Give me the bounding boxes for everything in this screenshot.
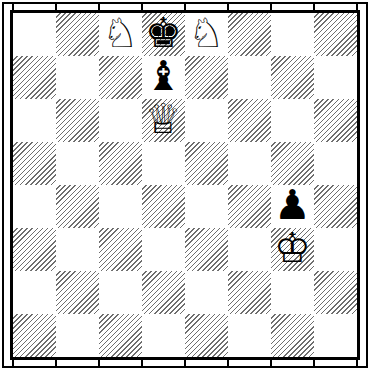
square-f5[interactable] xyxy=(228,142,271,185)
square-f4[interactable] xyxy=(228,185,271,228)
square-a6[interactable] xyxy=(13,99,56,142)
frame-tick xyxy=(313,4,315,10)
piece-white-queen: ♕ xyxy=(145,99,182,141)
frame-tick xyxy=(356,360,358,366)
piece-black-king: ♚ xyxy=(145,13,182,55)
frame-tick xyxy=(270,360,272,366)
frame-tick xyxy=(98,4,100,10)
square-g3[interactable]: ♔ xyxy=(271,228,314,271)
frame-tick xyxy=(356,4,358,10)
square-e6[interactable] xyxy=(185,99,228,142)
frame-tick xyxy=(227,4,229,10)
square-e7[interactable] xyxy=(185,56,228,99)
square-g5[interactable] xyxy=(271,142,314,185)
piece-white-knight: ♘ xyxy=(102,13,139,55)
square-a4[interactable] xyxy=(13,185,56,228)
diagram-page: ♘♚♘♝♕♟♔ xyxy=(0,0,370,370)
square-c6[interactable] xyxy=(99,99,142,142)
square-f2[interactable] xyxy=(228,271,271,314)
square-h4[interactable] xyxy=(314,185,357,228)
square-h6[interactable] xyxy=(314,99,357,142)
frame-tick xyxy=(98,360,100,366)
piece-black-pawn: ♟ xyxy=(274,185,311,227)
square-h5[interactable] xyxy=(314,142,357,185)
square-b2[interactable] xyxy=(56,271,99,314)
chessboard: ♘♚♘♝♕♟♔ xyxy=(13,13,357,357)
frame-tick xyxy=(12,4,14,10)
frame-tick xyxy=(141,360,143,366)
frame-tick xyxy=(227,360,229,366)
square-a2[interactable] xyxy=(13,271,56,314)
square-g1[interactable] xyxy=(271,314,314,357)
square-c8[interactable]: ♘ xyxy=(99,13,142,56)
square-c5[interactable] xyxy=(99,142,142,185)
square-h7[interactable] xyxy=(314,56,357,99)
square-d7[interactable]: ♝ xyxy=(142,56,185,99)
square-b8[interactable] xyxy=(56,13,99,56)
square-g7[interactable] xyxy=(271,56,314,99)
square-d6[interactable]: ♕ xyxy=(142,99,185,142)
piece-white-king: ♔ xyxy=(274,228,311,270)
square-g2[interactable] xyxy=(271,271,314,314)
square-d3[interactable] xyxy=(142,228,185,271)
piece-white-knight: ♘ xyxy=(188,13,225,55)
square-d5[interactable] xyxy=(142,142,185,185)
square-c7[interactable] xyxy=(99,56,142,99)
square-e5[interactable] xyxy=(185,142,228,185)
square-d2[interactable] xyxy=(142,271,185,314)
square-g4[interactable]: ♟ xyxy=(271,185,314,228)
frame-tick xyxy=(141,4,143,10)
square-f8[interactable] xyxy=(228,13,271,56)
frame-tick xyxy=(55,360,57,366)
square-a1[interactable] xyxy=(13,314,56,357)
square-c3[interactable] xyxy=(99,228,142,271)
square-g8[interactable] xyxy=(271,13,314,56)
square-h1[interactable] xyxy=(314,314,357,357)
frame-tick xyxy=(184,360,186,366)
frame-tick xyxy=(55,4,57,10)
board-frame-inner: ♘♚♘♝♕♟♔ xyxy=(10,10,360,360)
frame-tick xyxy=(12,360,14,366)
square-f3[interactable] xyxy=(228,228,271,271)
square-d1[interactable] xyxy=(142,314,185,357)
square-b1[interactable] xyxy=(56,314,99,357)
square-h3[interactable] xyxy=(314,228,357,271)
square-b4[interactable] xyxy=(56,185,99,228)
square-f7[interactable] xyxy=(228,56,271,99)
piece-black-bishop: ♝ xyxy=(145,56,182,98)
square-h2[interactable] xyxy=(314,271,357,314)
square-e2[interactable] xyxy=(185,271,228,314)
frame-tick xyxy=(313,360,315,366)
square-b7[interactable] xyxy=(56,56,99,99)
square-a5[interactable] xyxy=(13,142,56,185)
square-d4[interactable] xyxy=(142,185,185,228)
square-c1[interactable] xyxy=(99,314,142,357)
square-f1[interactable] xyxy=(228,314,271,357)
square-g6[interactable] xyxy=(271,99,314,142)
square-a8[interactable] xyxy=(13,13,56,56)
square-h8[interactable] xyxy=(314,13,357,56)
square-b6[interactable] xyxy=(56,99,99,142)
square-a3[interactable] xyxy=(13,228,56,271)
square-a7[interactable] xyxy=(13,56,56,99)
square-e3[interactable] xyxy=(185,228,228,271)
frame-tick xyxy=(184,4,186,10)
board-frame-outer: ♘♚♘♝♕♟♔ xyxy=(2,2,368,368)
square-e4[interactable] xyxy=(185,185,228,228)
square-b3[interactable] xyxy=(56,228,99,271)
square-e1[interactable] xyxy=(185,314,228,357)
square-e8[interactable]: ♘ xyxy=(185,13,228,56)
square-c2[interactable] xyxy=(99,271,142,314)
square-c4[interactable] xyxy=(99,185,142,228)
square-f6[interactable] xyxy=(228,99,271,142)
frame-tick xyxy=(270,4,272,10)
square-b5[interactable] xyxy=(56,142,99,185)
square-d8[interactable]: ♚ xyxy=(142,13,185,56)
